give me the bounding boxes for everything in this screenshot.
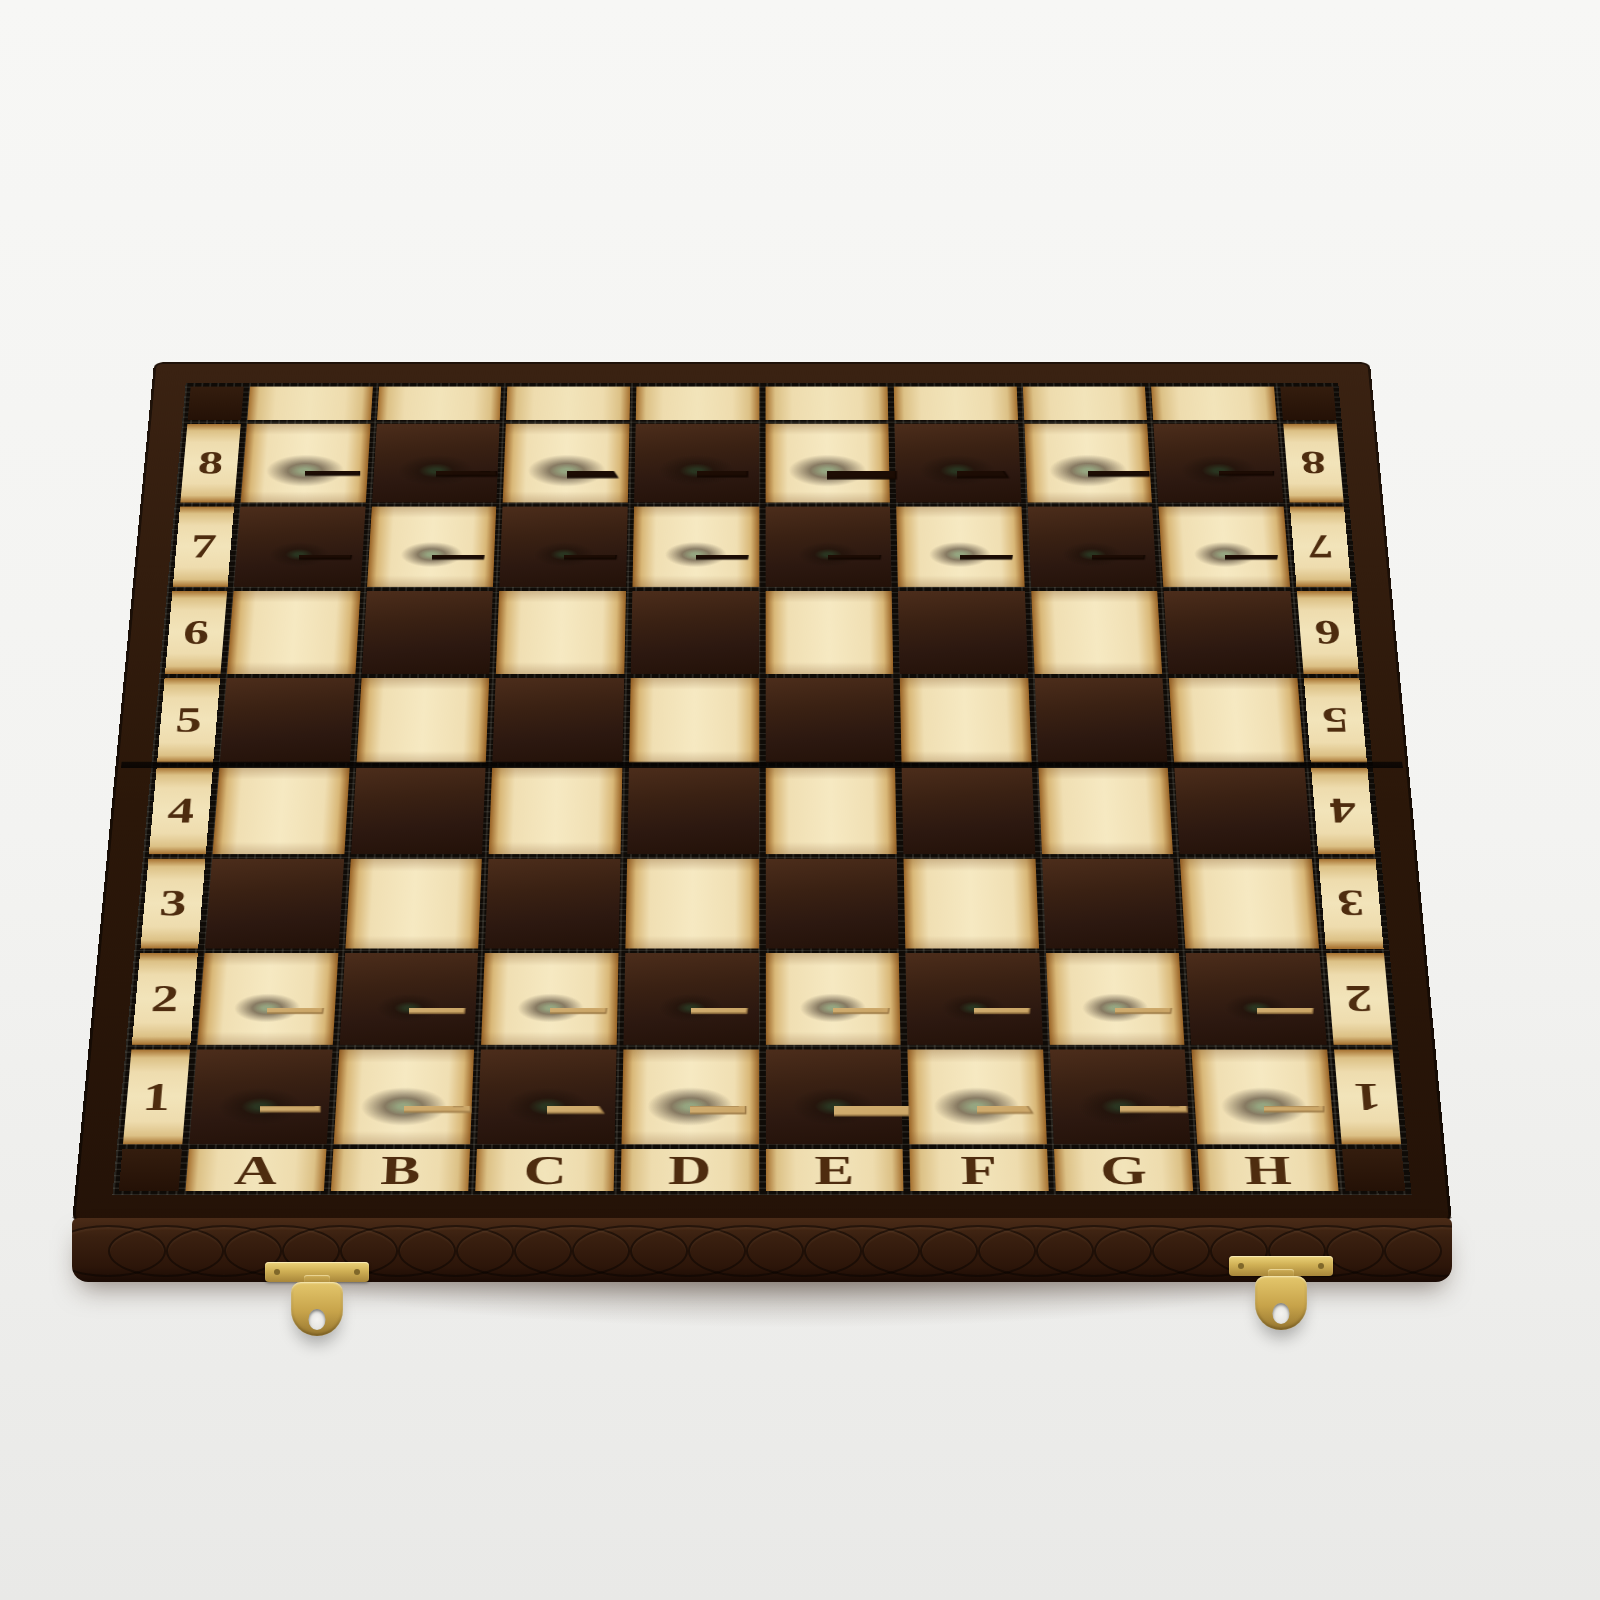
square-f5[interactable]	[900, 678, 1032, 763]
coord-label: 6	[182, 615, 211, 648]
coord-label: 4	[1328, 793, 1357, 828]
square-g5[interactable]	[1035, 678, 1168, 763]
chess-board: 8♜♞♝♛♚♝♞♜87♟♟♟♟♟♟♟♟7665544332♟♟♟♟♟♟♟♟21♜…	[72, 362, 1452, 1222]
coord-label: D	[668, 1149, 711, 1191]
coord-file-d: D	[620, 1149, 758, 1191]
board-grid: 8♜♞♝♛♚♝♞♜87♟♟♟♟♟♟♟♟7665544332♟♟♟♟♟♟♟♟21♜…	[112, 383, 1411, 1195]
square-e6[interactable]	[765, 591, 893, 674]
coord-label: 5	[1321, 703, 1350, 737]
square-c6[interactable]	[496, 591, 626, 674]
coord-file-e: E	[765, 1149, 903, 1191]
square-g6[interactable]	[1031, 591, 1162, 674]
photo-backdrop: 8♜♞♝♛♚♝♞♜87♟♟♟♟♟♟♟♟7665544332♟♟♟♟♟♟♟♟21♜…	[0, 0, 1600, 1600]
square-d5[interactable]	[629, 678, 759, 763]
square-e5[interactable]	[765, 678, 895, 763]
coord-label: H	[1243, 1149, 1292, 1191]
square-a6[interactable]	[227, 591, 360, 674]
coord-file-f: F	[910, 1149, 1049, 1191]
coord-label: 6	[1313, 615, 1342, 648]
coord-file-h: H	[1198, 1149, 1339, 1191]
coord-label: 4	[166, 793, 195, 828]
coord-label: 7	[189, 530, 217, 563]
coord-label: 5	[174, 703, 203, 737]
square-c7[interactable]: ♟	[500, 506, 628, 587]
square-e7[interactable]: ♟	[765, 506, 891, 587]
square-h6[interactable]	[1164, 591, 1297, 674]
square-a5[interactable]	[220, 678, 355, 763]
frame-corner	[119, 1149, 182, 1191]
latch-hasp	[291, 1282, 343, 1336]
square-c5[interactable]	[493, 678, 625, 763]
coord-file-a: A	[185, 1149, 326, 1191]
coord-file-g: G	[1054, 1149, 1194, 1191]
square-h5[interactable]	[1169, 678, 1304, 763]
coord-label: G	[1099, 1149, 1147, 1191]
square-d6[interactable]	[631, 591, 759, 674]
square-f6[interactable]	[898, 591, 1028, 674]
brass-latch-left	[265, 1262, 369, 1348]
coord-label: A	[233, 1149, 279, 1191]
coord-label: F	[960, 1149, 998, 1191]
square-f7[interactable]: ♟	[896, 506, 1024, 587]
square-a7[interactable]: ♟	[234, 506, 365, 587]
coord-label: B	[380, 1149, 422, 1191]
frame-corner	[1342, 1149, 1405, 1191]
square-b6[interactable]	[362, 591, 493, 674]
latch-hasp	[1255, 1276, 1307, 1330]
square-h1[interactable]: ♜	[1192, 1050, 1335, 1145]
coord-file-c: C	[475, 1149, 614, 1191]
coord-rank-left-6: 6	[165, 591, 227, 674]
coord-label: E	[814, 1149, 854, 1191]
square-h7[interactable]: ♟	[1159, 506, 1290, 587]
coord-label: 7	[1306, 530, 1334, 563]
coord-file-b: B	[330, 1149, 470, 1191]
square-b7[interactable]: ♟	[367, 506, 497, 587]
square-g7[interactable]: ♟	[1028, 506, 1158, 587]
square-b5[interactable]	[356, 678, 489, 763]
board-fold-line	[121, 762, 1403, 768]
brass-latch-right	[1229, 1256, 1333, 1342]
coord-label: C	[523, 1149, 567, 1191]
coord-rank-left-5: 5	[157, 678, 220, 763]
coord-rank-right-6: 6	[1297, 591, 1359, 674]
coord-rank-right-5: 5	[1304, 678, 1367, 763]
square-d7[interactable]: ♟	[632, 506, 758, 587]
